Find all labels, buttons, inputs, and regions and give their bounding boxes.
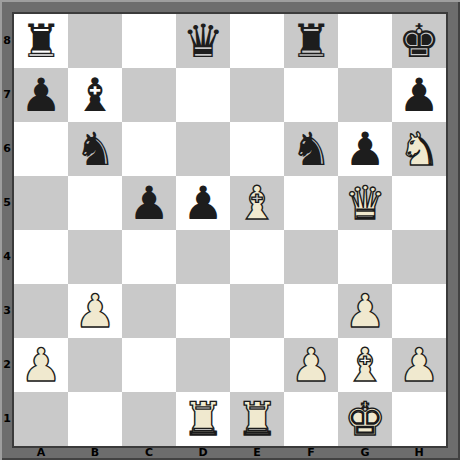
square-a4[interactable] <box>14 230 68 284</box>
square-g1[interactable]: ♚ <box>338 392 392 446</box>
square-b3[interactable]: ♟ <box>68 284 122 338</box>
square-d3[interactable] <box>176 284 230 338</box>
square-g2[interactable]: ♝ <box>338 338 392 392</box>
square-a6[interactable] <box>14 122 68 176</box>
square-b8[interactable] <box>68 14 122 68</box>
square-c2[interactable] <box>122 338 176 392</box>
piece-black-pawn[interactable]: ♟ <box>392 68 446 122</box>
square-h1[interactable] <box>392 392 446 446</box>
square-e8[interactable] <box>230 14 284 68</box>
square-f1[interactable] <box>284 392 338 446</box>
rank-label-3: 3 <box>0 284 14 338</box>
square-f7[interactable] <box>284 68 338 122</box>
square-d8[interactable]: ♛ <box>176 14 230 68</box>
square-f3[interactable] <box>284 284 338 338</box>
piece-white-rook[interactable]: ♜ <box>176 392 230 446</box>
square-c5[interactable]: ♟ <box>122 176 176 230</box>
square-a7[interactable]: ♟ <box>14 68 68 122</box>
square-e5[interactable]: ♝ <box>230 176 284 230</box>
square-c6[interactable] <box>122 122 176 176</box>
piece-white-queen[interactable]: ♛ <box>338 176 392 230</box>
rank-label-8: 8 <box>0 14 14 68</box>
square-c4[interactable] <box>122 230 176 284</box>
square-g5[interactable]: ♛ <box>338 176 392 230</box>
square-f5[interactable] <box>284 176 338 230</box>
square-b7[interactable]: ♝ <box>68 68 122 122</box>
square-e3[interactable] <box>230 284 284 338</box>
piece-white-bishop[interactable]: ♝ <box>230 176 284 230</box>
square-b1[interactable] <box>68 392 122 446</box>
square-d5[interactable]: ♟ <box>176 176 230 230</box>
piece-white-bishop[interactable]: ♝ <box>338 338 392 392</box>
square-d1[interactable]: ♜ <box>176 392 230 446</box>
square-g3[interactable]: ♟ <box>338 284 392 338</box>
square-a5[interactable] <box>14 176 68 230</box>
piece-white-king[interactable]: ♚ <box>338 392 392 446</box>
square-f4[interactable] <box>284 230 338 284</box>
square-e6[interactable] <box>230 122 284 176</box>
square-g6[interactable]: ♟ <box>338 122 392 176</box>
piece-black-bishop[interactable]: ♝ <box>68 68 122 122</box>
file-label-d: D <box>176 446 230 460</box>
square-a1[interactable] <box>14 392 68 446</box>
square-h8[interactable]: ♚ <box>392 14 446 68</box>
square-a2[interactable]: ♟ <box>14 338 68 392</box>
square-d4[interactable] <box>176 230 230 284</box>
piece-white-pawn[interactable]: ♟ <box>14 338 68 392</box>
file-label-g: G <box>338 446 392 460</box>
file-label-b: B <box>68 446 122 460</box>
square-b6[interactable]: ♞ <box>68 122 122 176</box>
square-a3[interactable] <box>14 284 68 338</box>
piece-black-rook[interactable]: ♜ <box>14 14 68 68</box>
rank-label-2: 2 <box>0 338 14 392</box>
square-a8[interactable]: ♜ <box>14 14 68 68</box>
square-h4[interactable] <box>392 230 446 284</box>
square-c8[interactable] <box>122 14 176 68</box>
square-e4[interactable] <box>230 230 284 284</box>
piece-black-pawn[interactable]: ♟ <box>122 176 176 230</box>
square-h6[interactable]: ♞ <box>392 122 446 176</box>
chess-board: ♜♛♜♚♟♝♟♞♞♟♞♟♟♝♛♟♟♟♟♝♟♜♜♚ <box>14 14 446 446</box>
square-h2[interactable]: ♟ <box>392 338 446 392</box>
square-f2[interactable]: ♟ <box>284 338 338 392</box>
square-e7[interactable] <box>230 68 284 122</box>
piece-black-king[interactable]: ♚ <box>392 14 446 68</box>
square-g7[interactable] <box>338 68 392 122</box>
piece-black-pawn[interactable]: ♟ <box>14 68 68 122</box>
square-g8[interactable] <box>338 14 392 68</box>
square-d7[interactable] <box>176 68 230 122</box>
square-c3[interactable] <box>122 284 176 338</box>
piece-black-knight[interactable]: ♞ <box>68 122 122 176</box>
square-h5[interactable] <box>392 176 446 230</box>
file-label-f: F <box>284 446 338 460</box>
square-e1[interactable]: ♜ <box>230 392 284 446</box>
square-b2[interactable] <box>68 338 122 392</box>
file-label-e: E <box>230 446 284 460</box>
rank-label-6: 6 <box>0 122 14 176</box>
square-d2[interactable] <box>176 338 230 392</box>
piece-white-pawn[interactable]: ♟ <box>68 284 122 338</box>
file-label-c: C <box>122 446 176 460</box>
file-label-h: H <box>392 446 446 460</box>
piece-white-pawn[interactable]: ♟ <box>392 338 446 392</box>
square-f8[interactable]: ♜ <box>284 14 338 68</box>
rank-label-7: 7 <box>0 68 14 122</box>
piece-black-pawn[interactable]: ♟ <box>176 176 230 230</box>
piece-black-queen[interactable]: ♛ <box>176 14 230 68</box>
square-c1[interactable] <box>122 392 176 446</box>
square-g4[interactable] <box>338 230 392 284</box>
file-label-a: A <box>14 446 68 460</box>
piece-black-pawn[interactable]: ♟ <box>338 122 392 176</box>
piece-white-knight[interactable]: ♞ <box>392 122 446 176</box>
square-e2[interactable] <box>230 338 284 392</box>
piece-white-pawn[interactable]: ♟ <box>338 284 392 338</box>
rank-label-5: 5 <box>0 176 14 230</box>
square-f6[interactable]: ♞ <box>284 122 338 176</box>
piece-white-rook[interactable]: ♜ <box>230 392 284 446</box>
chessboard-frame: ♜♛♜♚♟♝♟♞♞♟♞♟♟♝♛♟♟♟♟♝♟♜♜♚ 87654321 ABCDEF… <box>0 0 460 460</box>
rank-label-4: 4 <box>0 230 14 284</box>
square-c7[interactable] <box>122 68 176 122</box>
square-h7[interactable]: ♟ <box>392 68 446 122</box>
piece-black-knight[interactable]: ♞ <box>284 122 338 176</box>
square-d6[interactable] <box>176 122 230 176</box>
piece-white-pawn[interactable]: ♟ <box>284 338 338 392</box>
square-b4[interactable] <box>68 230 122 284</box>
square-b5[interactable] <box>68 176 122 230</box>
rank-label-1: 1 <box>0 392 14 446</box>
piece-black-rook[interactable]: ♜ <box>284 14 338 68</box>
square-h3[interactable] <box>392 284 446 338</box>
